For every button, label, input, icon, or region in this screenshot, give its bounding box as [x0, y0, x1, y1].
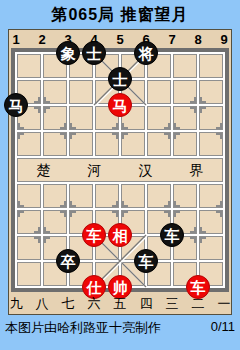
board-cell: [173, 184, 197, 208]
board-cell: [17, 132, 41, 156]
board-cell: [121, 184, 145, 208]
file-label: 八: [29, 295, 55, 313]
red-piece-车[interactable]: 车: [82, 223, 106, 247]
river-text: 河: [88, 159, 102, 181]
file-label: 四: [133, 295, 159, 313]
board-cell: [43, 106, 67, 130]
black-piece-马[interactable]: 马: [4, 93, 28, 117]
river-text: 界: [190, 159, 204, 181]
black-piece-象[interactable]: 象: [56, 41, 80, 65]
board-cell: [147, 80, 171, 104]
red-piece-马[interactable]: 马: [108, 93, 132, 117]
xiangqi-board: 楚河汉界 象士将士马马车相车卒车仕帅车: [11, 48, 229, 292]
red-piece-相[interactable]: 相: [108, 223, 132, 247]
board-cell: [69, 184, 93, 208]
file-label: 一: [211, 295, 237, 313]
board-cell: [199, 132, 223, 156]
board-cell: [121, 132, 145, 156]
board-cell: [17, 262, 41, 286]
board-cell: [69, 80, 93, 104]
board-cell: [147, 184, 171, 208]
board-cell: [95, 132, 119, 156]
file-label: 9: [211, 32, 237, 47]
board-cell: [173, 54, 197, 78]
file-label: 六: [81, 295, 107, 313]
file-label: 1: [3, 32, 29, 47]
black-piece-士[interactable]: 士: [82, 41, 106, 65]
file-label: 7: [159, 32, 185, 47]
file-label: 2: [29, 32, 55, 47]
board-cell: [199, 236, 223, 260]
black-piece-车[interactable]: 车: [160, 223, 184, 247]
page-title: 第065局 推窗望月: [0, 0, 240, 29]
board-cell: [147, 106, 171, 130]
black-piece-将[interactable]: 将: [134, 41, 158, 65]
board-panel: 123456789 楚河汉界 象士将士马马车相车卒车仕帅车 九八七六五四三二一: [8, 29, 232, 315]
footer: 本图片由哈利路亚十亮制作 0/11: [0, 315, 240, 337]
file-label: 七: [55, 295, 81, 313]
board-cell: [199, 210, 223, 234]
board-cell: [95, 184, 119, 208]
board-cell: [199, 106, 223, 130]
river-text: 汉: [139, 159, 153, 181]
board-cell: [43, 132, 67, 156]
board-cell: [43, 80, 67, 104]
black-piece-车[interactable]: 车: [134, 249, 158, 273]
board-cell: [69, 106, 93, 130]
board-cell: [43, 210, 67, 234]
file-label: 二: [185, 295, 211, 313]
file-label: 三: [159, 295, 185, 313]
river-text: 楚: [37, 159, 51, 181]
board-cell: [199, 184, 223, 208]
board-cell: [43, 184, 67, 208]
board-cell: [173, 80, 197, 104]
file-labels-top: 123456789: [9, 30, 231, 48]
board-cell: [199, 54, 223, 78]
board-cell: [17, 54, 41, 78]
board-cell: [199, 80, 223, 104]
board-cell: [173, 106, 197, 130]
file-label: 五: [107, 295, 133, 313]
board-cell: [147, 132, 171, 156]
credit-text: 本图片由哈利路亚十亮制作: [5, 319, 161, 337]
file-label: 5: [107, 32, 133, 47]
move-counter: 0/11: [211, 319, 235, 337]
board-cell: [173, 132, 197, 156]
river-band: 楚河汉界: [17, 158, 223, 182]
board-cell: [17, 210, 41, 234]
black-piece-士[interactable]: 士: [108, 67, 132, 91]
file-label: 九: [3, 295, 29, 313]
file-label: 8: [185, 32, 211, 47]
board-cell: [17, 236, 41, 260]
board-cell: [69, 132, 93, 156]
file-labels-bottom: 九八七六五四三二一: [9, 292, 231, 314]
board-cell: [17, 184, 41, 208]
black-piece-卒[interactable]: 卒: [56, 249, 80, 273]
